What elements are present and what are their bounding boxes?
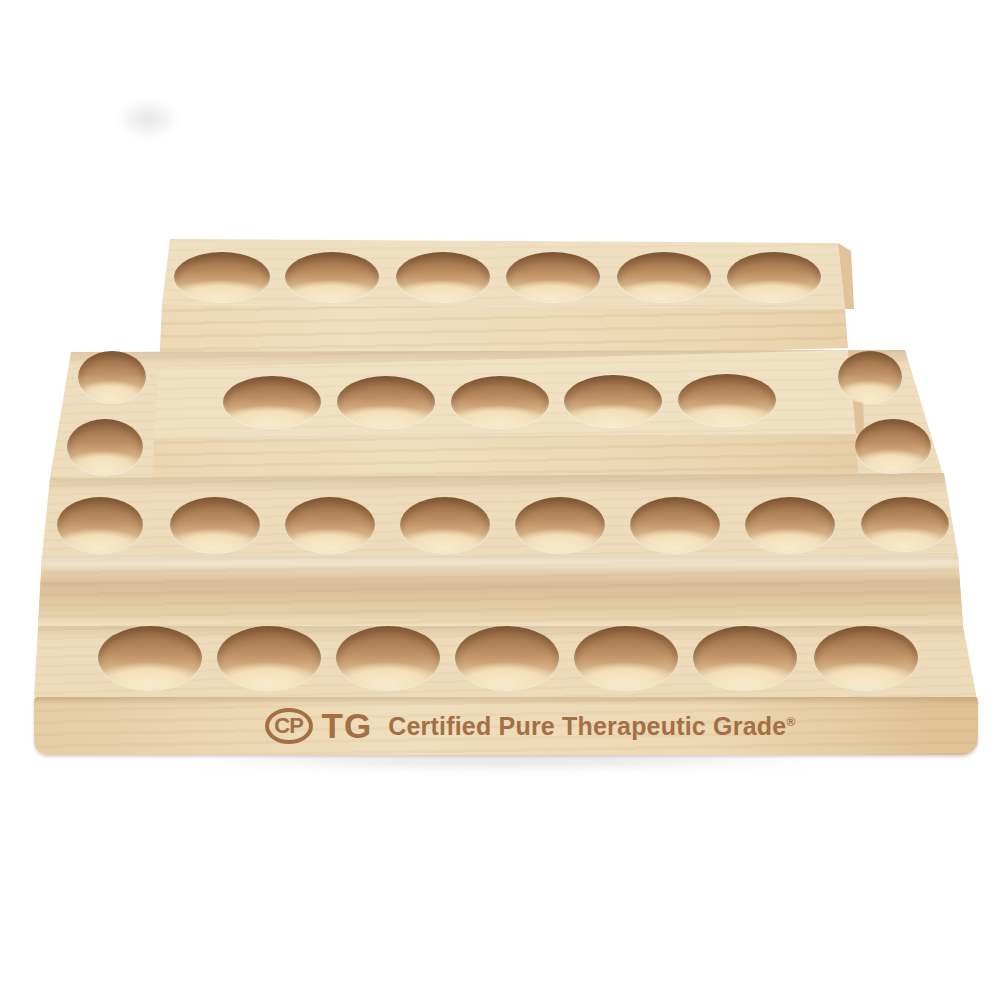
back-rail-row-hole-6 [727,252,821,302]
front-tier-row-hole-4 [455,626,559,690]
front-tier-row-hole-6 [693,626,797,690]
third-tier-row-hole-6 [630,497,720,553]
front-tier-row-hole-1 [98,626,202,690]
second-rail-row-hole-1 [223,376,321,428]
second-rail-row-hole-3 [451,376,549,428]
front-tier-row-hole-5 [574,626,678,690]
back-rail-row-hole-2 [285,252,379,302]
third-tier-row-hole-7 [745,497,835,553]
third-tier-row-hole-1 [57,497,143,553]
back-rail-row-hole-1 [174,252,270,302]
product-photo: CP TG Certified Pure Therapeutic Grade® [0,0,1001,1001]
third-tier-row-hole-3 [285,497,375,553]
back-rail-row-hole-3 [396,252,490,302]
front-tier-row-hole-7 [814,626,918,690]
back-rail-row-hole-4 [506,252,600,302]
second-rail-row-hole-5 [678,374,776,426]
left-wing-hole-2 [67,419,143,475]
second-rail-row-hole-4 [564,375,662,427]
right-wing-hole-1 [838,351,902,403]
third-tier-row-hole-2 [170,497,260,553]
back-rail-row-hole-5 [617,252,711,302]
right-wing-hole-2 [855,419,931,473]
second-rail-row-hole-2 [337,376,435,428]
holes-layer [0,0,1001,1001]
front-tier-row-hole-3 [336,626,440,690]
third-tier-row-hole-4 [400,497,490,553]
front-tier-row-hole-2 [217,626,321,690]
left-wing-hole-1 [78,351,146,403]
third-tier-row-hole-5 [515,497,605,553]
third-tier-row-hole-8 [861,497,949,551]
